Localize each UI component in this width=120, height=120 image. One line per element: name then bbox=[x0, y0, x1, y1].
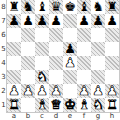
square-c1[interactable]: ♝ bbox=[35, 98, 49, 112]
file-label-a: a bbox=[7, 112, 21, 120]
square-d7[interactable]: ♟ bbox=[49, 14, 63, 28]
piece-white-knight: ♞ bbox=[36, 70, 48, 84]
piece-black-pawn: ♟ bbox=[50, 14, 62, 28]
piece-black-bishop: ♝ bbox=[78, 0, 90, 14]
piece-black-pawn: ♟ bbox=[22, 14, 34, 28]
square-f3[interactable] bbox=[77, 70, 91, 84]
file-labels: abcdefgh bbox=[7, 112, 119, 120]
square-c6[interactable] bbox=[35, 28, 49, 42]
rank-label-2: 2 bbox=[0, 84, 7, 98]
rank-label-3: 3 bbox=[0, 70, 7, 84]
rank-label-8: 8 bbox=[0, 0, 7, 14]
piece-black-queen: ♛ bbox=[50, 0, 62, 14]
file-label-d: d bbox=[49, 112, 63, 120]
square-c3[interactable]: ♞ bbox=[35, 70, 49, 84]
chess-diagram: 87654321 ♜♞♝♛♚♝♞♜♟♟♟♟♟♟♟♟♟♞♟♟♟♟♟♟♟♜♝♛♚♝♞… bbox=[0, 0, 120, 120]
square-a7[interactable]: ♟ bbox=[7, 14, 21, 28]
square-b6[interactable] bbox=[21, 28, 35, 42]
square-g5[interactable] bbox=[91, 42, 105, 56]
square-h4[interactable] bbox=[105, 56, 119, 70]
file-label-f: f bbox=[77, 112, 91, 120]
square-c7[interactable]: ♟ bbox=[35, 14, 49, 28]
file-label-g: g bbox=[91, 112, 105, 120]
square-e7[interactable] bbox=[63, 14, 77, 28]
square-f1[interactable]: ♝ bbox=[77, 98, 91, 112]
piece-white-pawn: ♟ bbox=[64, 56, 76, 70]
square-f6[interactable] bbox=[77, 28, 91, 42]
piece-black-rook: ♜ bbox=[8, 0, 20, 14]
square-b4[interactable] bbox=[21, 56, 35, 70]
square-a1[interactable]: ♜ bbox=[7, 98, 21, 112]
piece-black-pawn: ♟ bbox=[8, 14, 20, 28]
square-h2[interactable]: ♟ bbox=[105, 84, 119, 98]
square-f4[interactable] bbox=[77, 56, 91, 70]
piece-black-bishop: ♝ bbox=[36, 0, 48, 14]
piece-white-pawn: ♟ bbox=[8, 84, 20, 98]
chess-board: ♜♞♝♛♚♝♞♜♟♟♟♟♟♟♟♟♟♞♟♟♟♟♟♟♟♜♝♛♚♝♞♜ bbox=[7, 0, 119, 112]
square-h1[interactable]: ♜ bbox=[105, 98, 119, 112]
square-f2[interactable]: ♟ bbox=[77, 84, 91, 98]
square-a8[interactable]: ♜ bbox=[7, 0, 21, 14]
square-e4[interactable]: ♟ bbox=[63, 56, 77, 70]
square-e8[interactable]: ♚ bbox=[63, 0, 77, 14]
square-c8[interactable]: ♝ bbox=[35, 0, 49, 14]
piece-white-pawn: ♟ bbox=[106, 84, 118, 98]
square-d6[interactable] bbox=[49, 28, 63, 42]
rank-label-5: 5 bbox=[0, 42, 7, 56]
square-g7[interactable]: ♟ bbox=[91, 14, 105, 28]
square-g8[interactable]: ♞ bbox=[91, 0, 105, 14]
file-label-h: h bbox=[105, 112, 119, 120]
piece-black-pawn: ♟ bbox=[92, 14, 104, 28]
piece-black-pawn: ♟ bbox=[64, 42, 76, 56]
square-a2[interactable]: ♟ bbox=[7, 84, 21, 98]
rank-label-1: 1 bbox=[0, 98, 7, 112]
square-b5[interactable] bbox=[21, 42, 35, 56]
square-a4[interactable] bbox=[7, 56, 21, 70]
piece-white-pawn: ♟ bbox=[78, 84, 90, 98]
piece-black-pawn: ♟ bbox=[106, 14, 118, 28]
square-h5[interactable] bbox=[105, 42, 119, 56]
square-b3[interactable] bbox=[21, 70, 35, 84]
square-c2[interactable]: ♟ bbox=[35, 84, 49, 98]
piece-white-pawn: ♟ bbox=[92, 84, 104, 98]
piece-black-rook: ♜ bbox=[106, 0, 118, 14]
square-f5[interactable] bbox=[77, 42, 91, 56]
square-g3[interactable] bbox=[91, 70, 105, 84]
piece-black-knight: ♞ bbox=[22, 0, 34, 14]
square-e3[interactable] bbox=[63, 70, 77, 84]
piece-white-pawn: ♟ bbox=[22, 84, 34, 98]
piece-black-knight: ♞ bbox=[92, 0, 104, 14]
square-a6[interactable] bbox=[7, 28, 21, 42]
piece-black-king: ♚ bbox=[64, 0, 76, 14]
square-g4[interactable] bbox=[91, 56, 105, 70]
piece-white-bishop: ♝ bbox=[36, 98, 48, 112]
piece-black-pawn: ♟ bbox=[78, 14, 90, 28]
square-g6[interactable] bbox=[91, 28, 105, 42]
square-a3[interactable] bbox=[7, 70, 21, 84]
square-e2[interactable] bbox=[63, 84, 77, 98]
piece-white-bishop: ♝ bbox=[78, 98, 90, 112]
piece-white-rook: ♜ bbox=[8, 98, 20, 112]
square-b1[interactable] bbox=[21, 98, 35, 112]
square-d1[interactable]: ♛ bbox=[49, 98, 63, 112]
piece-white-pawn: ♟ bbox=[50, 84, 62, 98]
square-f8[interactable]: ♝ bbox=[77, 0, 91, 14]
rank-labels: 87654321 bbox=[0, 0, 7, 112]
square-b8[interactable]: ♞ bbox=[21, 0, 35, 14]
square-d3[interactable] bbox=[49, 70, 63, 84]
piece-black-pawn: ♟ bbox=[36, 14, 48, 28]
square-d5[interactable] bbox=[49, 42, 63, 56]
rank-label-7: 7 bbox=[0, 14, 7, 28]
square-g1[interactable]: ♞ bbox=[91, 98, 105, 112]
file-label-b: b bbox=[21, 112, 35, 120]
square-e6[interactable] bbox=[63, 28, 77, 42]
rank-label-4: 4 bbox=[0, 56, 7, 70]
square-h8[interactable]: ♜ bbox=[105, 0, 119, 14]
file-label-e: e bbox=[63, 112, 77, 120]
square-a5[interactable] bbox=[7, 42, 21, 56]
square-d8[interactable]: ♛ bbox=[49, 0, 63, 14]
square-e5[interactable]: ♟ bbox=[63, 42, 77, 56]
file-label-c: c bbox=[35, 112, 49, 120]
square-b7[interactable]: ♟ bbox=[21, 14, 35, 28]
piece-white-knight: ♞ bbox=[92, 98, 104, 112]
square-h7[interactable]: ♟ bbox=[105, 14, 119, 28]
square-c5[interactable] bbox=[35, 42, 49, 56]
piece-white-pawn: ♟ bbox=[36, 84, 48, 98]
square-d4[interactable] bbox=[49, 56, 63, 70]
square-c4[interactable] bbox=[35, 56, 49, 70]
piece-white-rook: ♜ bbox=[106, 98, 118, 112]
piece-white-queen: ♛ bbox=[50, 98, 62, 112]
square-h6[interactable] bbox=[105, 28, 119, 42]
square-e1[interactable]: ♚ bbox=[63, 98, 77, 112]
square-d2[interactable]: ♟ bbox=[49, 84, 63, 98]
square-f7[interactable]: ♟ bbox=[77, 14, 91, 28]
square-g2[interactable]: ♟ bbox=[91, 84, 105, 98]
square-h3[interactable] bbox=[105, 70, 119, 84]
piece-white-king: ♚ bbox=[64, 98, 76, 112]
rank-label-6: 6 bbox=[0, 28, 7, 42]
square-b2[interactable]: ♟ bbox=[21, 84, 35, 98]
